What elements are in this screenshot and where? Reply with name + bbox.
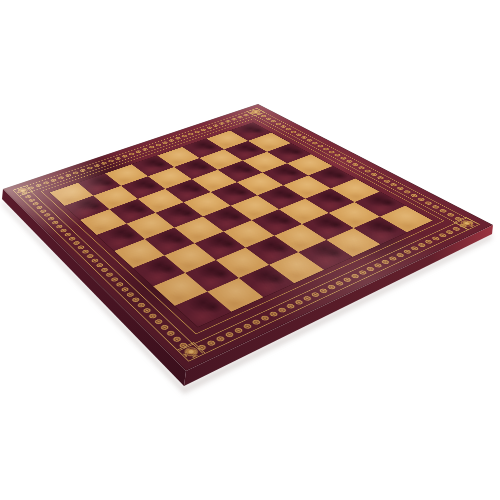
- squares-grid: [50, 123, 433, 327]
- product-photo-scene: [0, 0, 500, 500]
- chess-board: [3, 104, 493, 371]
